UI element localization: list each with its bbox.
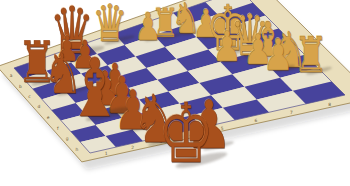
svg-text:d: d <box>37 104 40 109</box>
chess-board: 1a2b3c4d5e6f7g8h <box>0 0 350 186</box>
svg-text:3: 3 <box>159 139 162 144</box>
svg-text:2: 2 <box>131 145 134 150</box>
svg-text:h: h <box>75 147 78 152</box>
svg-text:5: 5 <box>221 126 224 131</box>
svg-text:1: 1 <box>105 151 108 156</box>
svg-text:7: 7 <box>290 110 293 115</box>
svg-text:6: 6 <box>254 118 257 123</box>
svg-text:e: e <box>47 115 50 120</box>
svg-text:b: b <box>19 84 22 89</box>
svg-text:8: 8 <box>328 102 331 107</box>
svg-text:4: 4 <box>189 133 192 138</box>
svg-text:a: a <box>10 73 13 78</box>
svg-text:g: g <box>66 136 69 141</box>
chess-set-product-photo: 1a2b3c4d5e6f7g8h ♞♟♜♟♛♚♛♛♝♟♟♟♞♟♟♜♜♞♟♟♟♝♟… <box>0 0 350 186</box>
